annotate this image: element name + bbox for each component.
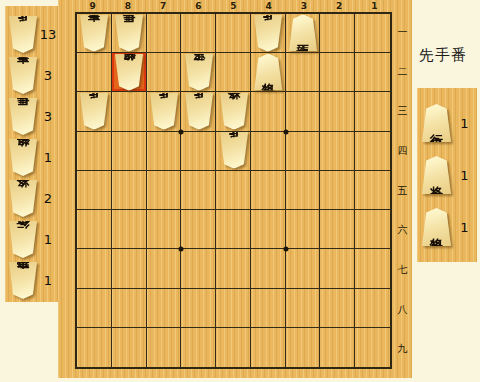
- star-point: [179, 129, 184, 134]
- square-3-3[interactable]: [286, 92, 321, 131]
- piece-body: 桂馬: [114, 14, 144, 51]
- square-3-5[interactable]: [286, 171, 321, 210]
- square-4-9[interactable]: [251, 328, 286, 367]
- gote-hand-1: 歩兵13: [5, 14, 58, 55]
- piece-body: 歩兵: [8, 16, 38, 53]
- square-5-1[interactable]: [216, 14, 251, 53]
- piece-5三[interactable]: 金将: [219, 93, 249, 130]
- square-8-5[interactable]: [112, 171, 147, 210]
- piece-5四[interactable]: 歩兵: [219, 132, 249, 169]
- piece-6二[interactable]: 玉将: [184, 54, 214, 91]
- piece-body: 飛車: [8, 262, 38, 299]
- square-3-8[interactable]: [286, 289, 321, 328]
- sente-hand-tray: 角行1金将1銀将1: [417, 88, 477, 262]
- file-labels: 987654321: [75, 1, 392, 11]
- piece-body: 銀将: [421, 208, 452, 246]
- file-label-9: 9: [75, 1, 110, 11]
- square-9-8[interactable]: [77, 289, 112, 328]
- piece-9三[interactable]: 歩兵: [79, 93, 109, 130]
- piece-body: 歩兵: [253, 14, 283, 51]
- rank-label-1: 一: [394, 12, 411, 52]
- square-3-7[interactable]: [286, 249, 321, 288]
- square-1-5[interactable]: [355, 171, 390, 210]
- rank-label-6: 六: [394, 210, 411, 250]
- file-label-5: 5: [216, 1, 251, 11]
- square-7-1[interactable]: [147, 14, 182, 53]
- piece-body: 金将: [8, 180, 38, 217]
- square-1-7[interactable]: [355, 249, 390, 288]
- hand-count: 1: [452, 169, 477, 182]
- piece-gote-hand-6[interactable]: 角行: [8, 221, 38, 258]
- file-label-3: 3: [286, 1, 321, 11]
- square-9-5[interactable]: [77, 171, 112, 210]
- piece-8二[interactable]: 銀将: [114, 54, 144, 91]
- hand-count: 1: [38, 151, 58, 164]
- hand-count: 1: [452, 221, 477, 234]
- square-6-9[interactable]: [181, 328, 216, 367]
- square-4-6[interactable]: [251, 210, 286, 249]
- piece-body: 銀将: [8, 139, 38, 176]
- rank-label-7: 七: [394, 250, 411, 290]
- piece-body: 銀将: [114, 54, 144, 91]
- hand-count: 2: [38, 192, 58, 205]
- rank-label-9: 九: [394, 329, 411, 369]
- shogi-app: 歩兵13香車3桂馬3銀将1金将2角行1飛車1 987654321 香車桂馬歩兵龍…: [0, 0, 480, 382]
- square-8-6[interactable]: [112, 210, 147, 249]
- square-5-6[interactable]: [216, 210, 251, 249]
- rank-labels: 一二三四五六七八九: [394, 12, 411, 369]
- turn-indicator: 先手番: [419, 46, 467, 65]
- square-6-1[interactable]: [181, 14, 216, 53]
- square-6-6[interactable]: [181, 210, 216, 249]
- square-1-2[interactable]: [355, 53, 390, 92]
- piece-gote-hand-3[interactable]: 桂馬: [8, 98, 38, 135]
- square-9-7[interactable]: [77, 249, 112, 288]
- square-5-7[interactable]: [216, 249, 251, 288]
- square-7-2[interactable]: [147, 53, 182, 92]
- square-4-7[interactable]: [251, 249, 286, 288]
- gote-hand-2: 香車3: [5, 55, 58, 96]
- square-3-2[interactable]: [286, 53, 321, 92]
- piece-6三[interactable]: 歩兵: [184, 93, 214, 130]
- square-2-4[interactable]: [320, 132, 355, 171]
- piece-3一[interactable]: 龍王: [288, 14, 318, 51]
- piece-body: 角行: [8, 221, 38, 258]
- piece-4一[interactable]: 歩兵: [253, 14, 283, 51]
- square-2-1[interactable]: [320, 14, 355, 53]
- sente-hand-2: 金将1: [420, 149, 477, 201]
- square-6-8[interactable]: [181, 289, 216, 328]
- gote-hand-7: 飛車1: [5, 260, 58, 301]
- square-6-7[interactable]: [181, 249, 216, 288]
- square-3-9[interactable]: [286, 328, 321, 367]
- file-label-8: 8: [110, 1, 145, 11]
- square-2-2[interactable]: [320, 53, 355, 92]
- square-1-4[interactable]: [355, 132, 390, 171]
- square-2-9[interactable]: [320, 328, 355, 367]
- gote-hand-4: 銀将1: [5, 137, 58, 178]
- square-9-2[interactable]: [77, 53, 112, 92]
- piece-7三[interactable]: 歩兵: [149, 93, 179, 130]
- piece-gote-hand-5[interactable]: 金将: [8, 180, 38, 217]
- piece-sente-hand-2[interactable]: 金将: [421, 156, 452, 194]
- piece-body: 歩兵: [219, 132, 249, 169]
- board-panel: 987654321 香車桂馬歩兵龍王銀将玉将銀将歩兵歩兵歩兵金将歩兵 一二三四五…: [58, 0, 412, 378]
- square-2-5[interactable]: [320, 171, 355, 210]
- gote-hand-5: 金将2: [5, 178, 58, 219]
- square-7-7[interactable]: [147, 249, 182, 288]
- file-label-2: 2: [322, 1, 357, 11]
- square-8-8[interactable]: [112, 289, 147, 328]
- square-6-5[interactable]: [181, 171, 216, 210]
- square-1-9[interactable]: [355, 328, 390, 367]
- square-1-3[interactable]: [355, 92, 390, 131]
- shogi-board: 香車桂馬歩兵龍王銀将玉将銀将歩兵歩兵歩兵金将歩兵: [75, 12, 392, 369]
- square-2-8[interactable]: [320, 289, 355, 328]
- piece-8一[interactable]: 桂馬: [114, 14, 144, 51]
- hand-count: 1: [38, 233, 58, 246]
- file-label-6: 6: [181, 1, 216, 11]
- piece-body: 金将: [421, 156, 452, 194]
- square-7-4[interactable]: [147, 132, 182, 171]
- square-3-4[interactable]: [286, 132, 321, 171]
- file-label-7: 7: [145, 1, 180, 11]
- hand-count: 3: [38, 69, 58, 82]
- piece-body: 角行: [421, 104, 452, 142]
- square-8-4[interactable]: [112, 132, 147, 171]
- piece-body: 歩兵: [79, 93, 109, 130]
- piece-body: 桂馬: [8, 98, 38, 135]
- hand-count: 1: [452, 117, 477, 130]
- square-5-8[interactable]: [216, 289, 251, 328]
- rank-label-2: 二: [394, 52, 411, 92]
- piece-gote-hand-7[interactable]: 飛車: [8, 262, 38, 299]
- square-7-6[interactable]: [147, 210, 182, 249]
- sente-hand-1: 角行1: [420, 97, 477, 149]
- piece-gote-hand-4[interactable]: 銀将: [8, 139, 38, 176]
- square-7-5[interactable]: [147, 171, 182, 210]
- piece-body: 歩兵: [149, 93, 179, 130]
- square-8-3[interactable]: [112, 92, 147, 131]
- piece-body: 香車: [79, 14, 109, 51]
- square-6-4[interactable]: [181, 132, 216, 171]
- rank-label-3: 三: [394, 91, 411, 131]
- rank-label-4: 四: [394, 131, 411, 171]
- piece-body: 龍王: [288, 14, 318, 51]
- square-4-8[interactable]: [251, 289, 286, 328]
- square-5-5[interactable]: [216, 171, 251, 210]
- square-8-7[interactable]: [112, 249, 147, 288]
- piece-body: 香車: [8, 57, 38, 94]
- piece-9一[interactable]: 香車: [79, 14, 109, 51]
- star-point: [179, 247, 184, 252]
- square-8-9[interactable]: [112, 328, 147, 367]
- piece-gote-hand-1[interactable]: 歩兵: [8, 16, 38, 53]
- hand-count: 13: [38, 28, 58, 41]
- square-2-7[interactable]: [320, 249, 355, 288]
- rank-label-5: 五: [394, 171, 411, 211]
- sente-hand-3: 銀将1: [420, 201, 477, 253]
- square-5-9[interactable]: [216, 328, 251, 367]
- file-label-4: 4: [251, 1, 286, 11]
- star-point: [283, 129, 288, 134]
- star-point: [283, 247, 288, 252]
- square-2-6[interactable]: [320, 210, 355, 249]
- rank-label-8: 八: [394, 290, 411, 330]
- square-4-4[interactable]: [251, 132, 286, 171]
- piece-sente-hand-3[interactable]: 銀将: [421, 208, 452, 246]
- gote-hand-6: 角行1: [5, 219, 58, 260]
- piece-sente-hand-1[interactable]: 角行: [421, 104, 452, 142]
- square-2-3[interactable]: [320, 92, 355, 131]
- hand-count: 3: [38, 110, 58, 123]
- square-7-8[interactable]: [147, 289, 182, 328]
- piece-body: 金将: [219, 93, 249, 130]
- hand-count: 1: [38, 274, 58, 287]
- piece-gote-hand-2[interactable]: 香車: [8, 57, 38, 94]
- square-1-1[interactable]: [355, 14, 390, 53]
- square-9-9[interactable]: [77, 328, 112, 367]
- gote-hand-tray: 歩兵13香車3桂馬3銀将1金将2角行1飛車1: [5, 6, 58, 302]
- square-1-8[interactable]: [355, 289, 390, 328]
- square-1-6[interactable]: [355, 210, 390, 249]
- square-4-5[interactable]: [251, 171, 286, 210]
- square-9-6[interactable]: [77, 210, 112, 249]
- square-4-3[interactable]: [251, 92, 286, 131]
- gote-hand-3: 桂馬3: [5, 96, 58, 137]
- piece-4二[interactable]: 銀将: [253, 54, 283, 91]
- square-9-4[interactable]: [77, 132, 112, 171]
- file-label-1: 1: [357, 1, 392, 11]
- piece-body: 銀将: [253, 54, 283, 91]
- piece-body: 玉将: [184, 54, 214, 91]
- piece-body: 歩兵: [184, 93, 214, 130]
- square-3-6[interactable]: [286, 210, 321, 249]
- square-5-2[interactable]: [216, 53, 251, 92]
- square-7-9[interactable]: [147, 328, 182, 367]
